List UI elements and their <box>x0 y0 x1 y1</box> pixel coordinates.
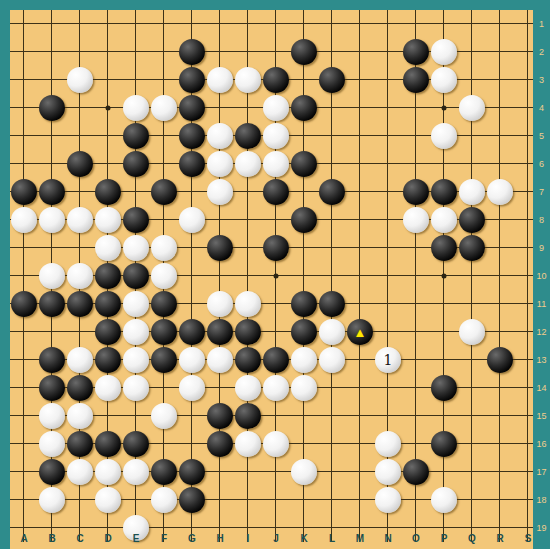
white-stone-F18[interactable] <box>151 487 177 513</box>
black-stone-C14[interactable] <box>67 375 93 401</box>
column-label-S: S <box>514 533 533 544</box>
row-label-12: 12 <box>533 323 550 341</box>
row-label-13: 13 <box>533 351 550 369</box>
black-stone-K12[interactable] <box>291 319 317 345</box>
row-label-2: 2 <box>533 43 550 61</box>
black-stone-B7[interactable] <box>39 179 65 205</box>
white-stone-H3[interactable] <box>207 67 233 93</box>
white-stone-D9[interactable] <box>95 235 121 261</box>
column-label-H: H <box>206 533 234 544</box>
black-stone-O17[interactable] <box>403 459 429 485</box>
black-stone-F11[interactable] <box>151 291 177 317</box>
white-stone-E17[interactable] <box>123 459 149 485</box>
black-stone-F12[interactable] <box>151 319 177 345</box>
white-stone-J5[interactable] <box>263 123 289 149</box>
white-stone-L13[interactable] <box>319 347 345 373</box>
white-stone-I16[interactable] <box>235 431 261 457</box>
black-stone-B14[interactable] <box>39 375 65 401</box>
white-stone-N17[interactable] <box>375 459 401 485</box>
black-stone-J7[interactable] <box>263 179 289 205</box>
white-stone-N13[interactable]: 1 <box>375 347 401 373</box>
black-stone-G17[interactable] <box>179 459 205 485</box>
white-stone-B18[interactable] <box>39 487 65 513</box>
column-label-Q: Q <box>458 533 486 544</box>
column-label-D: D <box>94 533 122 544</box>
white-stone-F10[interactable] <box>151 263 177 289</box>
row-label-11: 11 <box>533 295 550 313</box>
column-labels: ABCDEFGHIJKLMNOPQRS <box>10 531 533 549</box>
black-stone-O3[interactable] <box>403 67 429 93</box>
black-stone-D12[interactable] <box>95 319 121 345</box>
black-stone-Q8[interactable] <box>459 207 485 233</box>
move-number-label: 1 <box>384 353 393 367</box>
row-label-6: 6 <box>533 155 550 173</box>
black-stone-D7[interactable] <box>95 179 121 205</box>
white-stone-G13[interactable] <box>179 347 205 373</box>
black-stone-G2[interactable] <box>179 39 205 65</box>
row-label-19: 19 <box>533 519 550 537</box>
black-stone-P7[interactable] <box>431 179 457 205</box>
white-stone-I6[interactable] <box>235 151 261 177</box>
black-stone-B11[interactable] <box>39 291 65 317</box>
row-label-15: 15 <box>533 407 550 425</box>
black-stone-E16[interactable] <box>123 431 149 457</box>
white-stone-D14[interactable] <box>95 375 121 401</box>
white-stone-A8[interactable] <box>11 207 37 233</box>
black-stone-F17[interactable] <box>151 459 177 485</box>
black-stone-J3[interactable] <box>263 67 289 93</box>
column-label-A: A <box>10 533 38 544</box>
column-label-M: M <box>346 533 374 544</box>
black-stone-G3[interactable] <box>179 67 205 93</box>
white-stone-N16[interactable] <box>375 431 401 457</box>
row-label-9: 9 <box>533 239 550 257</box>
white-stone-E11[interactable] <box>123 291 149 317</box>
star-point-P10 <box>442 274 447 279</box>
white-stone-L12[interactable] <box>319 319 345 345</box>
white-stone-J4[interactable] <box>263 95 289 121</box>
white-stone-C8[interactable] <box>67 207 93 233</box>
column-label-G: G <box>178 533 206 544</box>
column-label-C: C <box>66 533 94 544</box>
black-stone-G5[interactable] <box>179 123 205 149</box>
row-label-10: 10 <box>533 267 550 285</box>
black-stone-E8[interactable] <box>123 207 149 233</box>
black-stone-H9[interactable] <box>207 235 233 261</box>
black-stone-R13[interactable] <box>487 347 513 373</box>
black-stone-B13[interactable] <box>39 347 65 373</box>
black-stone-C6[interactable] <box>67 151 93 177</box>
white-stone-D17[interactable] <box>95 459 121 485</box>
black-stone-I15[interactable] <box>235 403 261 429</box>
row-label-14: 14 <box>533 379 550 397</box>
black-stone-D10[interactable] <box>95 263 121 289</box>
white-stone-H5[interactable] <box>207 123 233 149</box>
black-stone-C16[interactable] <box>67 431 93 457</box>
black-stone-K2[interactable] <box>291 39 317 65</box>
board-grid[interactable]: ▲1 <box>10 10 533 542</box>
black-stone-O7[interactable] <box>403 179 429 205</box>
white-stone-E12[interactable] <box>123 319 149 345</box>
black-stone-D11[interactable] <box>95 291 121 317</box>
black-stone-I5[interactable] <box>235 123 261 149</box>
column-label-J: J <box>262 533 290 544</box>
white-stone-E4[interactable] <box>123 95 149 121</box>
row-label-3: 3 <box>533 71 550 89</box>
go-board: ▲1 ABCDEFGHIJKLMNOPQRS <box>10 10 533 549</box>
black-stone-P14[interactable] <box>431 375 457 401</box>
black-stone-P9[interactable] <box>431 235 457 261</box>
white-stone-P2[interactable] <box>431 39 457 65</box>
black-stone-K11[interactable] <box>291 291 317 317</box>
white-stone-B8[interactable] <box>39 207 65 233</box>
black-stone-L3[interactable] <box>319 67 345 93</box>
black-stone-K4[interactable] <box>291 95 317 121</box>
white-stone-E13[interactable] <box>123 347 149 373</box>
black-stone-A7[interactable] <box>11 179 37 205</box>
star-point-J10 <box>274 274 279 279</box>
row-label-5: 5 <box>533 127 550 145</box>
black-stone-G4[interactable] <box>179 95 205 121</box>
black-stone-B4[interactable] <box>39 95 65 121</box>
white-stone-N18[interactable] <box>375 487 401 513</box>
white-stone-K14[interactable] <box>291 375 317 401</box>
white-stone-J14[interactable] <box>263 375 289 401</box>
column-label-E: E <box>122 533 150 544</box>
row-label-7: 7 <box>533 183 550 201</box>
white-stone-H13[interactable] <box>207 347 233 373</box>
row-label-4: 4 <box>533 99 550 117</box>
white-stone-H7[interactable] <box>207 179 233 205</box>
black-stone-B17[interactable] <box>39 459 65 485</box>
go-game-screenshot: ▲1 ABCDEFGHIJKLMNOPQRS 12345678910111213… <box>0 0 550 549</box>
white-stone-B16[interactable] <box>39 431 65 457</box>
black-stone-G6[interactable] <box>179 151 205 177</box>
star-point-D4 <box>106 106 111 111</box>
white-stone-G14[interactable] <box>179 375 205 401</box>
white-stone-H6[interactable] <box>207 151 233 177</box>
black-stone-G18[interactable] <box>179 487 205 513</box>
black-stone-H16[interactable] <box>207 431 233 457</box>
black-stone-F13[interactable] <box>151 347 177 373</box>
column-label-N: N <box>374 533 402 544</box>
white-stone-J6[interactable] <box>263 151 289 177</box>
black-stone-E5[interactable] <box>123 123 149 149</box>
black-stone-E6[interactable] <box>123 151 149 177</box>
black-stone-L11[interactable] <box>319 291 345 317</box>
white-stone-H11[interactable] <box>207 291 233 317</box>
black-stone-F7[interactable] <box>151 179 177 205</box>
white-stone-C17[interactable] <box>67 459 93 485</box>
column-label-K: K <box>290 533 318 544</box>
black-stone-K6[interactable] <box>291 151 317 177</box>
black-stone-P16[interactable] <box>431 431 457 457</box>
white-stone-C13[interactable] <box>67 347 93 373</box>
row-label-8: 8 <box>533 211 550 229</box>
white-stone-Q12[interactable] <box>459 319 485 345</box>
column-label-F: F <box>150 533 178 544</box>
black-stone-C11[interactable] <box>67 291 93 317</box>
column-label-L: L <box>318 533 346 544</box>
last-move-triangle-marker: ▲ <box>354 326 367 339</box>
black-stone-M12[interactable]: ▲ <box>347 319 373 345</box>
white-stone-I14[interactable] <box>235 375 261 401</box>
column-label-P: P <box>430 533 458 544</box>
column-label-I: I <box>234 533 262 544</box>
white-stone-P8[interactable] <box>431 207 457 233</box>
black-stone-Q9[interactable] <box>459 235 485 261</box>
white-stone-C3[interactable] <box>67 67 93 93</box>
white-stone-K13[interactable] <box>291 347 317 373</box>
white-stone-C15[interactable] <box>67 403 93 429</box>
black-stone-D13[interactable] <box>95 347 121 373</box>
black-stone-A11[interactable] <box>11 291 37 317</box>
white-stone-D18[interactable] <box>95 487 121 513</box>
black-stone-H15[interactable] <box>207 403 233 429</box>
black-stone-L7[interactable] <box>319 179 345 205</box>
white-stone-J16[interactable] <box>263 431 289 457</box>
row-labels: 12345678910111213141516171819 <box>533 0 550 549</box>
white-stone-K17[interactable] <box>291 459 317 485</box>
black-stone-O2[interactable] <box>403 39 429 65</box>
white-stone-O8[interactable] <box>403 207 429 233</box>
white-stone-E14[interactable] <box>123 375 149 401</box>
black-stone-I12[interactable] <box>235 319 261 345</box>
white-stone-P5[interactable] <box>431 123 457 149</box>
white-stone-P3[interactable] <box>431 67 457 93</box>
row-label-18: 18 <box>533 491 550 509</box>
black-stone-J13[interactable] <box>263 347 289 373</box>
white-stone-G8[interactable] <box>179 207 205 233</box>
row-label-17: 17 <box>533 463 550 481</box>
black-stone-E10[interactable] <box>123 263 149 289</box>
black-stone-I13[interactable] <box>235 347 261 373</box>
white-stone-I11[interactable] <box>235 291 261 317</box>
white-stone-F15[interactable] <box>151 403 177 429</box>
star-point-P4 <box>442 106 447 111</box>
white-stone-Q7[interactable] <box>459 179 485 205</box>
row-label-16: 16 <box>533 435 550 453</box>
black-stone-H12[interactable] <box>207 319 233 345</box>
row-label-1: 1 <box>533 15 550 33</box>
black-stone-D16[interactable] <box>95 431 121 457</box>
column-label-R: R <box>486 533 514 544</box>
white-stone-E9[interactable] <box>123 235 149 261</box>
white-stone-P18[interactable] <box>431 487 457 513</box>
white-stone-B10[interactable] <box>39 263 65 289</box>
black-stone-K8[interactable] <box>291 207 317 233</box>
black-stone-J9[interactable] <box>263 235 289 261</box>
white-stone-Q4[interactable] <box>459 95 485 121</box>
column-label-O: O <box>402 533 430 544</box>
white-stone-D8[interactable] <box>95 207 121 233</box>
white-stone-I3[interactable] <box>235 67 261 93</box>
white-stone-F4[interactable] <box>151 95 177 121</box>
white-stone-R7[interactable] <box>487 179 513 205</box>
white-stone-F9[interactable] <box>151 235 177 261</box>
black-stone-G12[interactable] <box>179 319 205 345</box>
white-stone-C10[interactable] <box>67 263 93 289</box>
column-label-B: B <box>38 533 66 544</box>
white-stone-B15[interactable] <box>39 403 65 429</box>
